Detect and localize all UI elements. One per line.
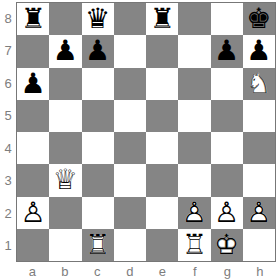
square-a8[interactable]: ♜ — [17, 3, 49, 35]
rank-label-7: 7 — [0, 35, 16, 68]
piece-white-rook-fill: ♜ — [178, 229, 210, 261]
square-c1[interactable]: ♜♖ — [82, 229, 114, 261]
piece-white-pawn: ♙ — [243, 197, 275, 229]
piece-black-rook: ♜ — [17, 3, 49, 35]
piece-white-pawn-fill: ♟ — [178, 197, 210, 229]
square-a1[interactable] — [17, 229, 49, 261]
square-a3[interactable] — [17, 164, 49, 196]
square-e1[interactable] — [146, 229, 178, 261]
piece-black-pawn: ♟ — [82, 35, 114, 67]
square-g8[interactable] — [211, 3, 243, 35]
piece-white-queen: ♕ — [49, 164, 81, 196]
rank-label-8: 8 — [0, 2, 16, 35]
square-d7[interactable] — [114, 35, 146, 67]
rank-label-6: 6 — [0, 67, 16, 100]
square-e2[interactable] — [146, 197, 178, 229]
square-h6[interactable]: ♞♘ — [243, 68, 275, 100]
square-e3[interactable] — [146, 164, 178, 196]
piece-white-queen-fill: ♛ — [49, 164, 81, 196]
piece-white-rook-fill: ♜ — [82, 229, 114, 261]
square-g7[interactable]: ♟ — [211, 35, 243, 67]
square-c8[interactable]: ♛ — [82, 3, 114, 35]
square-a7[interactable] — [17, 35, 49, 67]
piece-white-pawn: ♙ — [178, 197, 210, 229]
square-e5[interactable] — [146, 100, 178, 132]
rank-labels: 87654321 — [0, 2, 16, 262]
rank-label-4: 4 — [0, 132, 16, 165]
chess-diagram: 87654321 ♜♛♜♚♟♟♟♟♟♞♘♛♕♟♙♟♙♟♙♟♙♜♖♜♖♚♔ abc… — [0, 0, 280, 280]
square-b3[interactable]: ♛♕ — [49, 164, 81, 196]
file-label-a: a — [16, 262, 49, 280]
rank-label-5: 5 — [0, 100, 16, 133]
square-d5[interactable] — [114, 100, 146, 132]
file-label-e: e — [146, 262, 179, 280]
file-label-f: f — [179, 262, 212, 280]
square-f2[interactable]: ♟♙ — [178, 197, 210, 229]
square-b2[interactable] — [49, 197, 81, 229]
piece-white-rook: ♖ — [82, 229, 114, 261]
square-h3[interactable] — [243, 164, 275, 196]
square-d2[interactable] — [114, 197, 146, 229]
piece-black-pawn: ♟ — [49, 35, 81, 67]
square-b4[interactable] — [49, 132, 81, 164]
piece-black-rook: ♜ — [146, 3, 178, 35]
piece-white-pawn-fill: ♟ — [211, 197, 243, 229]
piece-black-king: ♚ — [243, 3, 275, 35]
square-a2[interactable]: ♟♙ — [17, 197, 49, 229]
file-label-b: b — [49, 262, 82, 280]
square-e7[interactable] — [146, 35, 178, 67]
piece-white-pawn-fill: ♟ — [243, 197, 275, 229]
chess-board: ♜♛♜♚♟♟♟♟♟♞♘♛♕♟♙♟♙♟♙♟♙♜♖♜♖♚♔ — [16, 2, 276, 262]
piece-white-pawn-fill: ♟ — [17, 197, 49, 229]
square-a5[interactable] — [17, 100, 49, 132]
square-b7[interactable]: ♟ — [49, 35, 81, 67]
square-h8[interactable]: ♚ — [243, 3, 275, 35]
square-b5[interactable] — [49, 100, 81, 132]
file-label-d: d — [114, 262, 147, 280]
square-c3[interactable] — [82, 164, 114, 196]
piece-black-pawn: ♟ — [243, 35, 275, 67]
square-a6[interactable]: ♟ — [17, 68, 49, 100]
square-f6[interactable] — [178, 68, 210, 100]
piece-white-knight: ♘ — [243, 68, 275, 100]
square-d3[interactable] — [114, 164, 146, 196]
square-g6[interactable] — [211, 68, 243, 100]
square-f7[interactable] — [178, 35, 210, 67]
square-g4[interactable] — [211, 132, 243, 164]
piece-white-king-fill: ♚ — [211, 229, 243, 261]
piece-white-rook: ♖ — [178, 229, 210, 261]
square-b8[interactable] — [49, 3, 81, 35]
square-e6[interactable] — [146, 68, 178, 100]
piece-black-queen: ♛ — [82, 3, 114, 35]
rank-label-2: 2 — [0, 197, 16, 230]
file-label-g: g — [211, 262, 244, 280]
square-d1[interactable] — [114, 229, 146, 261]
square-d6[interactable] — [114, 68, 146, 100]
square-c6[interactable] — [82, 68, 114, 100]
square-b6[interactable] — [49, 68, 81, 100]
square-h2[interactable]: ♟♙ — [243, 197, 275, 229]
square-b1[interactable] — [49, 229, 81, 261]
piece-white-knight-fill: ♞ — [243, 68, 275, 100]
square-c2[interactable] — [82, 197, 114, 229]
square-e4[interactable] — [146, 132, 178, 164]
square-d8[interactable] — [114, 3, 146, 35]
square-f3[interactable] — [178, 164, 210, 196]
piece-white-pawn: ♙ — [211, 197, 243, 229]
square-g5[interactable] — [211, 100, 243, 132]
file-labels: abcdefgh — [16, 262, 276, 280]
square-a4[interactable] — [17, 132, 49, 164]
square-d4[interactable] — [114, 132, 146, 164]
square-c7[interactable]: ♟ — [82, 35, 114, 67]
square-h1[interactable] — [243, 229, 275, 261]
square-h5[interactable] — [243, 100, 275, 132]
piece-white-pawn: ♙ — [17, 197, 49, 229]
square-g2[interactable]: ♟♙ — [211, 197, 243, 229]
square-g3[interactable] — [211, 164, 243, 196]
piece-white-king: ♔ — [211, 229, 243, 261]
rank-label-1: 1 — [0, 230, 16, 263]
file-label-h: h — [244, 262, 277, 280]
square-f1[interactable]: ♜♖ — [178, 229, 210, 261]
square-f5[interactable] — [178, 100, 210, 132]
square-c5[interactable] — [82, 100, 114, 132]
square-f4[interactable] — [178, 132, 210, 164]
rank-label-3: 3 — [0, 165, 16, 198]
square-c4[interactable] — [82, 132, 114, 164]
piece-black-pawn: ♟ — [211, 35, 243, 67]
square-h4[interactable] — [243, 132, 275, 164]
square-f8[interactable] — [178, 3, 210, 35]
file-label-c: c — [81, 262, 114, 280]
piece-black-pawn: ♟ — [17, 68, 49, 100]
square-h7[interactable]: ♟ — [243, 35, 275, 67]
square-e8[interactable]: ♜ — [146, 3, 178, 35]
square-g1[interactable]: ♚♔ — [211, 229, 243, 261]
